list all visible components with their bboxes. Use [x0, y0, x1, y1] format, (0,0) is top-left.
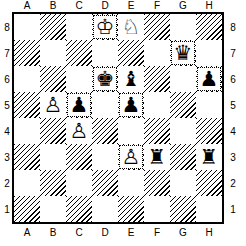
file-label-b: B [40, 227, 66, 241]
square-d6[interactable]: ♚ [92, 66, 118, 92]
dark-square-piece-box: ♛ [171, 41, 195, 65]
piece-white-knight[interactable]: ♘ [118, 14, 144, 40]
square-a4[interactable] [14, 118, 40, 144]
square-c1[interactable] [66, 196, 92, 222]
square-e3[interactable]: ♙ [118, 144, 144, 170]
file-label-g: G [170, 0, 196, 12]
piece-black-queen[interactable]: ♛ [172, 42, 194, 64]
square-g4[interactable] [170, 118, 196, 144]
dark-square-piece-box: ♟ [119, 93, 143, 117]
chess-board: ♔♘♛♚♝♟♙♟♟♙♙♜♜ [12, 12, 224, 224]
square-f3[interactable]: ♜ [144, 144, 170, 170]
square-a7[interactable] [14, 40, 40, 66]
square-b1[interactable] [40, 196, 66, 222]
file-label-c: C [66, 227, 92, 241]
piece-white-pawn[interactable]: ♙ [120, 146, 142, 168]
rank-label-5: 5 [227, 92, 239, 118]
square-h1[interactable] [196, 196, 222, 222]
chess-diagram: ABCDEFGH 87654321 87654321 ♔♘♛♚♝♟♙♟♟♙♙♜♜… [0, 0, 246, 246]
square-f4[interactable] [144, 118, 170, 144]
file-label-a: A [14, 0, 40, 12]
file-labels-top: ABCDEFGH [14, 0, 222, 12]
file-label-h: H [196, 0, 222, 12]
square-h4[interactable] [196, 118, 222, 144]
square-g6[interactable] [170, 66, 196, 92]
rank-label-8: 8 [227, 14, 239, 40]
square-b7[interactable] [40, 40, 66, 66]
square-h3[interactable]: ♜ [196, 144, 222, 170]
square-h7[interactable] [196, 40, 222, 66]
file-label-b: B [40, 0, 66, 12]
square-g5[interactable] [170, 92, 196, 118]
square-f2[interactable] [144, 170, 170, 196]
file-label-e: E [118, 0, 144, 12]
square-g2[interactable] [170, 170, 196, 196]
square-h2[interactable] [196, 170, 222, 196]
file-label-e: E [118, 227, 144, 241]
rank-label-6: 6 [227, 66, 239, 92]
square-d2[interactable] [92, 170, 118, 196]
dark-square-piece-box: ♙ [119, 145, 143, 169]
piece-white-king[interactable]: ♔ [94, 16, 116, 38]
square-a1[interactable] [14, 196, 40, 222]
rank-label-2: 2 [227, 170, 239, 196]
square-d5[interactable] [92, 92, 118, 118]
square-h6[interactable]: ♟ [196, 66, 222, 92]
rank-label-7: 7 [227, 40, 239, 66]
square-b4[interactable] [40, 118, 66, 144]
rank-label-3: 3 [227, 144, 239, 170]
square-c2[interactable] [66, 170, 92, 196]
square-a6[interactable] [14, 66, 40, 92]
square-b2[interactable] [40, 170, 66, 196]
piece-black-pawn[interactable]: ♟ [68, 94, 90, 116]
rank-labels-right: 87654321 [227, 14, 239, 222]
file-label-c: C [66, 0, 92, 12]
square-d8[interactable]: ♔ [92, 14, 118, 40]
piece-black-bishop[interactable]: ♝ [118, 66, 144, 92]
square-e7[interactable] [118, 40, 144, 66]
piece-black-rook[interactable]: ♜ [196, 144, 222, 170]
file-label-f: F [144, 227, 170, 241]
square-a8[interactable] [14, 14, 40, 40]
rank-label-4: 4 [227, 118, 239, 144]
square-d7[interactable] [92, 40, 118, 66]
square-h5[interactable] [196, 92, 222, 118]
square-a5[interactable] [14, 92, 40, 118]
square-f1[interactable] [144, 196, 170, 222]
square-c5[interactable]: ♟ [66, 92, 92, 118]
piece-black-pawn[interactable]: ♟ [120, 94, 142, 116]
square-e4[interactable] [118, 118, 144, 144]
square-b8[interactable] [40, 14, 66, 40]
square-f8[interactable] [144, 14, 170, 40]
square-e8[interactable]: ♘ [118, 14, 144, 40]
square-g7[interactable]: ♛ [170, 40, 196, 66]
dark-square-piece-box: ♟ [67, 93, 91, 117]
rank-label-1: 1 [227, 196, 239, 222]
square-c4[interactable]: ♙ [66, 118, 92, 144]
square-c7[interactable] [66, 40, 92, 66]
file-label-f: F [144, 0, 170, 12]
piece-black-pawn[interactable]: ♟ [198, 68, 220, 90]
square-c6[interactable] [66, 66, 92, 92]
dark-square-piece-box: ♚ [93, 67, 117, 91]
square-f5[interactable] [144, 92, 170, 118]
file-label-g: G [170, 227, 196, 241]
square-d3[interactable] [92, 144, 118, 170]
piece-black-rook[interactable]: ♜ [144, 144, 170, 170]
square-b3[interactable] [40, 144, 66, 170]
file-labels-bottom: ABCDEFGH [14, 227, 222, 241]
square-h8[interactable] [196, 14, 222, 40]
square-f6[interactable] [144, 66, 170, 92]
dark-square-piece-box: ♟ [197, 67, 221, 91]
file-label-a: A [14, 227, 40, 241]
piece-white-pawn[interactable]: ♙ [66, 118, 92, 144]
square-f7[interactable] [144, 40, 170, 66]
square-d4[interactable] [92, 118, 118, 144]
square-e2[interactable] [118, 170, 144, 196]
file-label-d: D [92, 0, 118, 12]
dark-square-piece-box: ♔ [93, 15, 117, 39]
square-a2[interactable] [14, 170, 40, 196]
square-c8[interactable] [66, 14, 92, 40]
square-e1[interactable] [118, 196, 144, 222]
square-b5[interactable]: ♙ [40, 92, 66, 118]
square-g8[interactable] [170, 14, 196, 40]
piece-white-pawn[interactable]: ♙ [40, 92, 66, 118]
square-e6[interactable]: ♝ [118, 66, 144, 92]
square-g3[interactable] [170, 144, 196, 170]
piece-black-king[interactable]: ♚ [94, 68, 116, 90]
file-label-h: H [196, 227, 222, 241]
square-d1[interactable] [92, 196, 118, 222]
square-a3[interactable] [14, 144, 40, 170]
square-g1[interactable] [170, 196, 196, 222]
square-e5[interactable]: ♟ [118, 92, 144, 118]
square-c3[interactable] [66, 144, 92, 170]
file-label-d: D [92, 227, 118, 241]
square-b6[interactable] [40, 66, 66, 92]
